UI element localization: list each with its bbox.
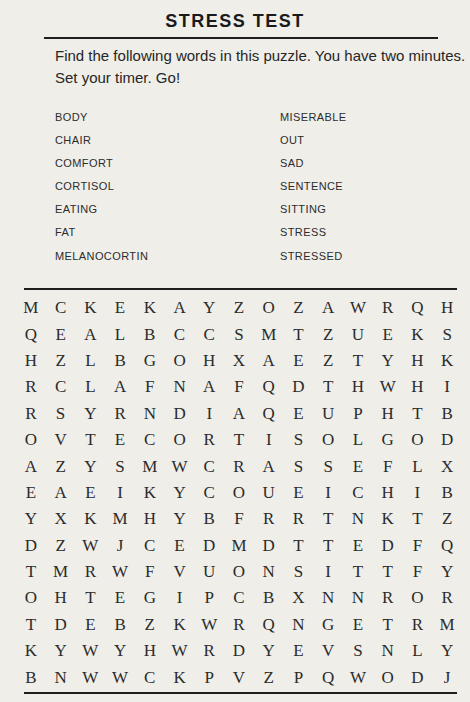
grid-cell: W xyxy=(343,664,373,690)
grid-cell: Z xyxy=(46,533,76,559)
grid-cell: U xyxy=(194,559,224,585)
word-list-item: FAT xyxy=(55,221,148,244)
grid-bottom-divider xyxy=(24,692,457,694)
grid-cell: V xyxy=(46,427,76,453)
grid-cell: H xyxy=(135,506,165,532)
grid-cell: C xyxy=(135,427,165,453)
grid-cell: M xyxy=(16,295,46,321)
grid-cell: R xyxy=(373,585,403,611)
word-list-item: MELANOCORTIN xyxy=(55,245,148,268)
grid-cell: O xyxy=(224,480,254,506)
grid-cell: Y xyxy=(105,638,135,664)
grid-top-divider xyxy=(24,288,457,290)
grid-cell: D xyxy=(46,612,76,638)
word-list-item: MISERABLE xyxy=(280,106,347,129)
grid-cell: F xyxy=(224,374,254,400)
grid-cell: N xyxy=(254,559,284,585)
grid-cell: T xyxy=(284,533,314,559)
grid-cell: O xyxy=(16,585,46,611)
grid-cell: Z xyxy=(313,348,343,374)
word-list-item: COMFORT xyxy=(55,152,148,175)
grid-cell: V xyxy=(313,638,343,664)
grid-cell: I xyxy=(313,559,343,585)
grid-cell: F xyxy=(135,374,165,400)
grid-cell: F xyxy=(403,533,433,559)
grid-cell: K xyxy=(432,348,462,374)
grid-cell: C xyxy=(194,321,224,347)
grid-cell: G xyxy=(135,585,165,611)
grid-cell: O xyxy=(16,427,46,453)
grid-cell: M xyxy=(135,453,165,479)
grid-cell: G xyxy=(373,427,403,453)
grid-cell: Q xyxy=(403,295,433,321)
word-list-item: STRESSED xyxy=(280,245,347,268)
grid-cell: D xyxy=(224,638,254,664)
grid-cell: K xyxy=(75,506,105,532)
grid-cell: R xyxy=(16,374,46,400)
grid-cell: G xyxy=(135,348,165,374)
grid-cell: X xyxy=(284,585,314,611)
grid-cell: N xyxy=(373,638,403,664)
grid-cell: S xyxy=(313,453,343,479)
grid-cell: L xyxy=(75,348,105,374)
grid-cell: O xyxy=(403,585,433,611)
grid-cell: I xyxy=(432,374,462,400)
grid-cell: A xyxy=(105,374,135,400)
grid-cell: B xyxy=(16,664,46,690)
grid-cell: N xyxy=(284,612,314,638)
grid-cell: W xyxy=(194,612,224,638)
grid-cell: S xyxy=(284,559,314,585)
grid-cell: P xyxy=(343,401,373,427)
grid-cell: T xyxy=(75,427,105,453)
grid-cell: O xyxy=(254,295,284,321)
grid-cell: Q xyxy=(254,374,284,400)
grid-cell: P xyxy=(284,664,314,690)
grid-cell: E xyxy=(75,612,105,638)
grid-cell: C xyxy=(135,533,165,559)
grid-cell: Q xyxy=(254,401,284,427)
grid-cell: D xyxy=(432,427,462,453)
grid-cell: H xyxy=(46,585,76,611)
grid-cell: A xyxy=(254,453,284,479)
grid-cell: R xyxy=(194,638,224,664)
grid-cell: C xyxy=(46,295,76,321)
grid-cell: O xyxy=(373,664,403,690)
grid-cell: E xyxy=(46,321,76,347)
grid-cell: W xyxy=(343,295,373,321)
grid-cell: D xyxy=(165,401,195,427)
grid-cell: D xyxy=(284,374,314,400)
grid-cell: H xyxy=(135,638,165,664)
grid-cell: I xyxy=(403,480,433,506)
grid-cell: O xyxy=(313,427,343,453)
grid-cell: Y xyxy=(432,638,462,664)
grid-cell: V xyxy=(165,559,195,585)
grid-cell: E xyxy=(16,480,46,506)
grid-cell: T xyxy=(373,612,403,638)
grid-cell: K xyxy=(165,664,195,690)
grid-cell: Z xyxy=(284,295,314,321)
grid-cell: D xyxy=(373,533,403,559)
puzzle-page: STRESS TEST Find the following words in … xyxy=(0,0,470,702)
grid-cell: Z xyxy=(135,612,165,638)
grid-cell: N xyxy=(46,664,76,690)
grid-cell: Y xyxy=(254,638,284,664)
grid-cell: E xyxy=(75,480,105,506)
grid-cell: T xyxy=(16,559,46,585)
grid-cell: R xyxy=(224,612,254,638)
grid-cell: A xyxy=(16,453,46,479)
instructions-line-2: Set your timer. Go! xyxy=(55,69,180,86)
grid-cell: B xyxy=(105,612,135,638)
grid-cell: I xyxy=(254,427,284,453)
grid-cell: Y xyxy=(46,638,76,664)
grid-cell: J xyxy=(432,664,462,690)
grid-cell: F xyxy=(403,559,433,585)
grid-cell: O xyxy=(403,427,433,453)
grid-cell: Y xyxy=(75,453,105,479)
grid-cell: T xyxy=(313,533,343,559)
grid-cell: R xyxy=(403,612,433,638)
grid-cell: M xyxy=(46,559,76,585)
grid-cell: I xyxy=(165,585,195,611)
grid-cell: D xyxy=(194,533,224,559)
grid-cell: Z xyxy=(432,506,462,532)
grid-cell: N xyxy=(343,585,373,611)
grid-cell: B xyxy=(432,401,462,427)
grid-cell: M xyxy=(224,533,254,559)
word-list-item: SITTING xyxy=(280,198,347,221)
grid-cell: S xyxy=(432,321,462,347)
grid-cell: E xyxy=(165,533,195,559)
grid-cell: R xyxy=(105,401,135,427)
grid-cell: Q xyxy=(432,533,462,559)
grid-cell: I xyxy=(313,480,343,506)
grid-cell: R xyxy=(254,506,284,532)
grid-cell: L xyxy=(403,638,433,664)
grid-cell: S xyxy=(46,401,76,427)
grid-cell: T xyxy=(343,348,373,374)
grid-cell: A xyxy=(165,295,195,321)
grid-cell: T xyxy=(343,559,373,585)
grid-cell: E xyxy=(343,612,373,638)
grid-cell: C xyxy=(343,480,373,506)
grid-cell: F xyxy=(135,559,165,585)
grid-cell: C xyxy=(194,453,224,479)
grid-cell: H xyxy=(403,374,433,400)
word-list-item: BODY xyxy=(55,106,148,129)
grid-cell: D xyxy=(16,533,46,559)
grid-cell: E xyxy=(105,585,135,611)
word-list-item: STRESS xyxy=(280,221,347,244)
grid-cell: A xyxy=(194,374,224,400)
grid-cell: L xyxy=(403,453,433,479)
word-list-item: OUT xyxy=(280,129,347,152)
title-divider xyxy=(44,37,438,39)
grid-cell: O xyxy=(224,559,254,585)
grid-cell: Y xyxy=(75,401,105,427)
word-list-item: CHAIR xyxy=(55,129,148,152)
grid-cell: S xyxy=(284,427,314,453)
grid-cell: Y xyxy=(165,506,195,532)
grid-cell: Z xyxy=(224,295,254,321)
grid-cell: U xyxy=(254,480,284,506)
instructions-line-1: Find the following words in this puzzle.… xyxy=(55,47,465,64)
grid-cell: B xyxy=(135,321,165,347)
grid-cell: H xyxy=(194,348,224,374)
grid-cell: K xyxy=(75,295,105,321)
grid-cell: W xyxy=(75,638,105,664)
grid-cell: E xyxy=(343,453,373,479)
grid-cell: T xyxy=(403,401,433,427)
grid-cell: H xyxy=(373,480,403,506)
grid-cell: I xyxy=(105,480,135,506)
grid-cell: H xyxy=(432,295,462,321)
grid-cell: K xyxy=(16,638,46,664)
grid-cell: R xyxy=(373,295,403,321)
grid-cell: C xyxy=(46,374,76,400)
word-list-item: CORTISOL xyxy=(55,175,148,198)
grid-cell: H xyxy=(343,374,373,400)
grid-cell: S xyxy=(343,638,373,664)
grid-cell: Y xyxy=(194,295,224,321)
grid-cell: W xyxy=(105,664,135,690)
word-list-item: SAD xyxy=(280,152,347,175)
grid-cell: P xyxy=(194,664,224,690)
grid-cell: T xyxy=(75,585,105,611)
grid-cell: C xyxy=(224,585,254,611)
grid-cell: O xyxy=(165,427,195,453)
grid-cell: W xyxy=(165,453,195,479)
grid-cell: J xyxy=(105,533,135,559)
word-list-item: SENTENCE xyxy=(280,175,347,198)
grid-cell: E xyxy=(284,480,314,506)
grid-cell: R xyxy=(284,506,314,532)
grid-cell: S xyxy=(284,453,314,479)
grid-cell: B xyxy=(432,480,462,506)
grid-cell: E xyxy=(105,427,135,453)
grid-cell: Z xyxy=(46,348,76,374)
grid-cell: L xyxy=(105,321,135,347)
grid-cell: B xyxy=(194,506,224,532)
grid-cell: N xyxy=(165,374,195,400)
grid-cell: W xyxy=(75,533,105,559)
grid-cell: W xyxy=(165,638,195,664)
grid-cell: R xyxy=(75,559,105,585)
grid-cell: E xyxy=(343,533,373,559)
grid-cell: E xyxy=(284,638,314,664)
grid-cell: Z xyxy=(313,321,343,347)
grid-cell: A xyxy=(224,401,254,427)
grid-cell: U xyxy=(343,321,373,347)
grid-cell: T xyxy=(313,506,343,532)
grid-cell: Z xyxy=(46,453,76,479)
grid-cell: F xyxy=(224,506,254,532)
grid-cell: B xyxy=(105,348,135,374)
grid-cell: E xyxy=(105,295,135,321)
grid-cell: Y xyxy=(165,480,195,506)
word-search-grid: MCKEKAYZOZAWRQHQEALBCCSMTZUEKSHZLBGOHXAE… xyxy=(16,295,462,691)
grid-cell: S xyxy=(224,321,254,347)
grid-cell: V xyxy=(224,664,254,690)
grid-cell: H xyxy=(373,401,403,427)
grid-cell: Y xyxy=(16,506,46,532)
grid-cell: Y xyxy=(432,559,462,585)
grid-cell: R xyxy=(194,427,224,453)
grid-cell: K xyxy=(165,612,195,638)
grid-cell: N xyxy=(343,506,373,532)
grid-cell: H xyxy=(403,348,433,374)
grid-cell: Q xyxy=(254,612,284,638)
grid-cell: E xyxy=(284,348,314,374)
word-list-left-column: BODYCHAIRCOMFORTCORTISOLEATINGFATMELANOC… xyxy=(55,106,148,268)
grid-cell: X xyxy=(432,453,462,479)
grid-cell: L xyxy=(343,427,373,453)
grid-cell: B xyxy=(254,585,284,611)
grid-cell: D xyxy=(403,664,433,690)
grid-cell: T xyxy=(403,506,433,532)
grid-cell: K xyxy=(135,295,165,321)
grid-cell: R xyxy=(432,585,462,611)
grid-cell: A xyxy=(75,321,105,347)
grid-cell: K xyxy=(135,480,165,506)
grid-cell: K xyxy=(373,506,403,532)
grid-cell: T xyxy=(16,612,46,638)
grid-cell: R xyxy=(16,401,46,427)
grid-cell: S xyxy=(105,453,135,479)
grid-cell: N xyxy=(313,585,343,611)
grid-cell: D xyxy=(254,533,284,559)
grid-cell: Q xyxy=(313,664,343,690)
grid-cell: M xyxy=(432,612,462,638)
grid-cell: K xyxy=(403,321,433,347)
grid-cell: L xyxy=(75,374,105,400)
grid-cell: G xyxy=(313,612,343,638)
grid-cell: T xyxy=(313,374,343,400)
grid-cell: N xyxy=(135,401,165,427)
grid-cell: W xyxy=(105,559,135,585)
grid-cell: M xyxy=(105,506,135,532)
grid-cell: H xyxy=(16,348,46,374)
word-list-right-column: MISERABLEOUTSADSENTENCESITTINGSTRESSSTRE… xyxy=(280,106,347,268)
grid-cell: Q xyxy=(16,321,46,347)
grid-cell: T xyxy=(373,559,403,585)
grid-cell: R xyxy=(224,453,254,479)
grid-cell: E xyxy=(373,321,403,347)
grid-cell: U xyxy=(313,401,343,427)
grid-cell: Z xyxy=(254,664,284,690)
grid-cell: T xyxy=(224,427,254,453)
grid-cell: F xyxy=(373,453,403,479)
grid-cell: C xyxy=(135,664,165,690)
grid-cell: W xyxy=(75,664,105,690)
grid-cell: A xyxy=(313,295,343,321)
grid-cell: Y xyxy=(373,348,403,374)
grid-cell: O xyxy=(165,348,195,374)
grid-cell: A xyxy=(254,348,284,374)
page-title: STRESS TEST xyxy=(0,11,470,32)
grid-cell: C xyxy=(165,321,195,347)
grid-cell: P xyxy=(194,585,224,611)
grid-cell: A xyxy=(46,480,76,506)
grid-cell: T xyxy=(284,321,314,347)
grid-cell: X xyxy=(46,506,76,532)
grid-cell: X xyxy=(224,348,254,374)
grid-cell: E xyxy=(284,401,314,427)
grid-cell: M xyxy=(254,321,284,347)
word-list-item: EATING xyxy=(55,198,148,221)
grid-cell: W xyxy=(373,374,403,400)
grid-cell: C xyxy=(194,480,224,506)
grid-cell: I xyxy=(194,401,224,427)
